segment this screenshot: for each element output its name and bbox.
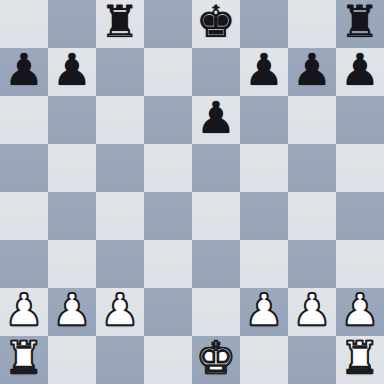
square-b6[interactable] xyxy=(48,96,96,144)
square-e6[interactable]: ♟ xyxy=(192,96,240,144)
square-a1[interactable]: ♜ xyxy=(0,336,48,384)
square-c2[interactable]: ♟ xyxy=(96,288,144,336)
square-f7[interactable]: ♟ xyxy=(240,48,288,96)
square-g7[interactable]: ♟ xyxy=(288,48,336,96)
square-g4[interactable] xyxy=(288,192,336,240)
piece-white-pawn[interactable]: ♟ xyxy=(100,286,139,334)
piece-black-king[interactable]: ♚ xyxy=(196,0,235,46)
square-g2[interactable]: ♟ xyxy=(288,288,336,336)
square-h5[interactable] xyxy=(336,144,384,192)
square-b7[interactable]: ♟ xyxy=(48,48,96,96)
square-g1[interactable] xyxy=(288,336,336,384)
piece-black-pawn[interactable]: ♟ xyxy=(4,46,43,94)
square-b3[interactable] xyxy=(48,240,96,288)
chess-board: ♜♚♜♟♟♟♟♟♟♟♟♟♟♟♟♜♚♜ xyxy=(0,0,384,384)
square-e5[interactable] xyxy=(192,144,240,192)
square-d1[interactable] xyxy=(144,336,192,384)
square-c3[interactable] xyxy=(96,240,144,288)
square-e8[interactable]: ♚ xyxy=(192,0,240,48)
square-c1[interactable] xyxy=(96,336,144,384)
square-a4[interactable] xyxy=(0,192,48,240)
piece-white-king[interactable]: ♚ xyxy=(196,334,235,382)
square-b2[interactable]: ♟ xyxy=(48,288,96,336)
piece-white-rook[interactable]: ♜ xyxy=(340,334,379,382)
square-b8[interactable] xyxy=(48,0,96,48)
square-h4[interactable] xyxy=(336,192,384,240)
piece-white-pawn[interactable]: ♟ xyxy=(340,286,379,334)
piece-white-pawn[interactable]: ♟ xyxy=(292,286,331,334)
square-h2[interactable]: ♟ xyxy=(336,288,384,336)
square-h8[interactable]: ♜ xyxy=(336,0,384,48)
square-f6[interactable] xyxy=(240,96,288,144)
square-d8[interactable] xyxy=(144,0,192,48)
square-h7[interactable]: ♟ xyxy=(336,48,384,96)
square-d7[interactable] xyxy=(144,48,192,96)
square-h3[interactable] xyxy=(336,240,384,288)
piece-black-pawn[interactable]: ♟ xyxy=(52,46,91,94)
square-a3[interactable] xyxy=(0,240,48,288)
piece-black-rook[interactable]: ♜ xyxy=(340,0,379,46)
piece-white-pawn[interactable]: ♟ xyxy=(244,286,283,334)
square-f2[interactable]: ♟ xyxy=(240,288,288,336)
square-g5[interactable] xyxy=(288,144,336,192)
piece-white-rook[interactable]: ♜ xyxy=(4,334,43,382)
square-f8[interactable] xyxy=(240,0,288,48)
square-c7[interactable] xyxy=(96,48,144,96)
square-g6[interactable] xyxy=(288,96,336,144)
square-c4[interactable] xyxy=(96,192,144,240)
square-a8[interactable] xyxy=(0,0,48,48)
square-f3[interactable] xyxy=(240,240,288,288)
square-f4[interactable] xyxy=(240,192,288,240)
square-c8[interactable]: ♜ xyxy=(96,0,144,48)
piece-white-pawn[interactable]: ♟ xyxy=(52,286,91,334)
square-b4[interactable] xyxy=(48,192,96,240)
piece-black-pawn[interactable]: ♟ xyxy=(196,94,235,142)
square-h6[interactable] xyxy=(336,96,384,144)
square-a6[interactable] xyxy=(0,96,48,144)
piece-black-pawn[interactable]: ♟ xyxy=(292,46,331,94)
square-e2[interactable] xyxy=(192,288,240,336)
piece-black-pawn[interactable]: ♟ xyxy=(244,46,283,94)
square-e4[interactable] xyxy=(192,192,240,240)
square-c6[interactable] xyxy=(96,96,144,144)
square-d5[interactable] xyxy=(144,144,192,192)
square-d3[interactable] xyxy=(144,240,192,288)
square-g3[interactable] xyxy=(288,240,336,288)
square-e7[interactable] xyxy=(192,48,240,96)
square-a2[interactable]: ♟ xyxy=(0,288,48,336)
square-f1[interactable] xyxy=(240,336,288,384)
square-c5[interactable] xyxy=(96,144,144,192)
square-e1[interactable]: ♚ xyxy=(192,336,240,384)
square-d4[interactable] xyxy=(144,192,192,240)
square-e3[interactable] xyxy=(192,240,240,288)
square-b1[interactable] xyxy=(48,336,96,384)
piece-black-rook[interactable]: ♜ xyxy=(100,0,139,46)
square-h1[interactable]: ♜ xyxy=(336,336,384,384)
square-a7[interactable]: ♟ xyxy=(0,48,48,96)
piece-black-pawn[interactable]: ♟ xyxy=(340,46,379,94)
square-d2[interactable] xyxy=(144,288,192,336)
square-b5[interactable] xyxy=(48,144,96,192)
square-g8[interactable] xyxy=(288,0,336,48)
square-f5[interactable] xyxy=(240,144,288,192)
square-a5[interactable] xyxy=(0,144,48,192)
square-d6[interactable] xyxy=(144,96,192,144)
piece-white-pawn[interactable]: ♟ xyxy=(4,286,43,334)
